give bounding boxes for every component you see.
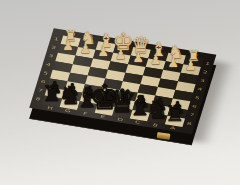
piece-white-pawn-a2[interactable]: ♟ bbox=[185, 60, 196, 73]
rank-label-right-5: 5 bbox=[194, 96, 200, 100]
file-label-near-h: H bbox=[47, 106, 54, 111]
rank-label-right-3: 3 bbox=[200, 79, 206, 83]
rank-label-right-7: 7 bbox=[189, 113, 195, 117]
piece-white-pawn-f2[interactable]: ♟ bbox=[97, 46, 108, 59]
file-label-near-a: A bbox=[170, 126, 176, 130]
piece-black-rook-a8[interactable]: ♜ bbox=[165, 103, 185, 125]
rank-label-left-5: 5 bbox=[43, 71, 49, 75]
rank-label-left-2: 2 bbox=[51, 45, 57, 49]
piece-white-pawn-b2[interactable]: ♟ bbox=[168, 57, 179, 70]
rank-label-right-6: 6 bbox=[192, 104, 198, 108]
rank-label-left-8: 8 bbox=[35, 97, 41, 101]
rank-label-left-3: 3 bbox=[48, 54, 54, 58]
rank-label-right-8: 8 bbox=[186, 121, 192, 125]
rank-label-right-1: 1 bbox=[205, 61, 211, 65]
piece-white-pawn-e2[interactable]: ♟ bbox=[115, 49, 126, 62]
piece-white-pawn-g2[interactable]: ♟ bbox=[80, 43, 91, 56]
piece-white-pawn-c2[interactable]: ♟ bbox=[150, 54, 161, 67]
chess-set-photo: HHGGFFEEDDCCBBAA1122334455667788 ♜♞♝♛♚♝♞… bbox=[0, 0, 240, 185]
piece-white-pawn-h2[interactable]: ♟ bbox=[62, 40, 73, 53]
piece-white-pawn-d2[interactable]: ♟ bbox=[132, 52, 143, 65]
rank-label-left-4: 4 bbox=[46, 62, 52, 66]
rank-label-right-2: 2 bbox=[202, 70, 208, 74]
rank-label-right-4: 4 bbox=[197, 87, 203, 91]
rank-label-left-1: 1 bbox=[53, 37, 59, 41]
